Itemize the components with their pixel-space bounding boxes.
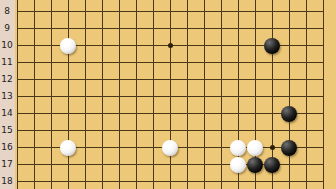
row-label: 14 [0, 108, 14, 119]
go-board-screenshot: 89101112131415161718 [0, 0, 336, 189]
go-board-surface[interactable] [9, 3, 332, 189]
row-label: 11 [0, 57, 14, 68]
row-label: 10 [0, 40, 14, 51]
black-stone [264, 38, 280, 54]
star-point [168, 43, 173, 48]
row-label: 16 [0, 142, 14, 153]
white-stone [230, 140, 246, 156]
black-stone [264, 157, 280, 173]
black-stone [247, 157, 263, 173]
white-stone [230, 157, 246, 173]
white-stone [247, 140, 263, 156]
row-label: 17 [0, 159, 14, 170]
white-stone [60, 140, 76, 156]
row-label: 15 [0, 125, 14, 136]
black-stone [281, 140, 297, 156]
white-stone [60, 38, 76, 54]
row-label: 12 [0, 74, 14, 85]
row-label: 18 [0, 176, 14, 187]
row-label: 9 [0, 23, 14, 34]
star-point [270, 145, 275, 150]
black-stone [281, 106, 297, 122]
row-label: 13 [0, 91, 14, 102]
white-stone [162, 140, 178, 156]
row-label: 8 [0, 6, 14, 17]
